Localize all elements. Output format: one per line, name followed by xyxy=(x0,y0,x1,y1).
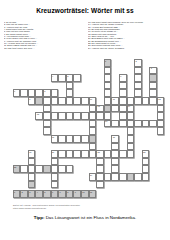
clue-number: 20 xyxy=(52,151,54,153)
empty-space xyxy=(73,89,81,97)
grid-cell[interactable] xyxy=(28,173,36,181)
grid-cell[interactable] xyxy=(96,165,104,173)
generator-credits: Erstellt mit XWords - dem kostenlosen On… xyxy=(13,204,163,209)
grid-cell[interactable]: 8 xyxy=(43,89,51,97)
grid-cell[interactable] xyxy=(58,97,66,105)
empty-space xyxy=(104,127,112,135)
empty-space xyxy=(142,89,150,97)
solution-cell-number: 11 xyxy=(90,191,92,193)
empty-space xyxy=(35,135,43,143)
empty-space xyxy=(20,105,28,113)
empty-space xyxy=(89,67,97,75)
grid-cell[interactable] xyxy=(142,97,150,105)
grid-cell[interactable] xyxy=(51,165,59,173)
grid-cell[interactable] xyxy=(127,150,135,158)
grid-cell[interactable] xyxy=(66,89,74,97)
empty-space xyxy=(111,127,119,135)
empty-space xyxy=(66,173,74,181)
grid-cell[interactable] xyxy=(35,89,43,97)
grid-cell[interactable] xyxy=(96,112,104,120)
clue-number: 15 xyxy=(37,113,39,115)
grid-cell[interactable] xyxy=(58,165,66,173)
solution-word-cell[interactable]: 7 xyxy=(58,190,66,198)
empty-space xyxy=(35,150,43,158)
clue-number: 9 xyxy=(29,98,30,100)
clue-number: 2 xyxy=(135,60,136,62)
grid-cell[interactable] xyxy=(96,181,104,189)
grid-cell[interactable] xyxy=(104,112,112,120)
empty-space xyxy=(58,89,66,97)
empty-space xyxy=(142,67,150,75)
empty-space xyxy=(66,59,74,67)
grid-cell[interactable] xyxy=(134,173,142,181)
empty-space xyxy=(58,143,66,151)
empty-space xyxy=(149,112,157,120)
empty-space xyxy=(51,120,59,128)
grid-cell[interactable] xyxy=(51,112,59,120)
grid-cell[interactable] xyxy=(51,173,59,181)
empty-space xyxy=(28,59,36,67)
empty-space xyxy=(51,105,59,113)
grid-cell[interactable] xyxy=(127,120,135,128)
grid-cell[interactable]: 17 xyxy=(51,135,59,143)
empty-space xyxy=(73,59,81,67)
empty-space xyxy=(5,173,13,181)
empty-space xyxy=(119,181,127,189)
grid-cell[interactable] xyxy=(58,150,66,158)
empty-space xyxy=(89,158,97,166)
empty-space xyxy=(157,67,165,75)
empty-space xyxy=(149,165,157,173)
empty-space xyxy=(157,89,165,97)
grid-cell[interactable]: 4 xyxy=(51,74,59,82)
empty-space xyxy=(134,112,142,120)
grid-cell[interactable] xyxy=(142,158,150,166)
empty-space xyxy=(43,143,51,151)
grid-cell[interactable] xyxy=(43,105,51,113)
grid-cell[interactable]: 10 xyxy=(89,97,97,105)
empty-space xyxy=(142,59,150,67)
grid-cell[interactable] xyxy=(66,82,74,90)
empty-space xyxy=(89,89,97,97)
empty-space xyxy=(13,74,21,82)
grid-cell[interactable] xyxy=(81,150,89,158)
solution-cell-number: 10 xyxy=(82,191,84,193)
grid-cell[interactable]: 7 xyxy=(13,89,21,97)
solution-letter-cell[interactable] xyxy=(28,181,36,189)
empty-space xyxy=(13,158,21,166)
empty-space xyxy=(13,120,21,128)
empty-space xyxy=(66,67,74,75)
empty-space xyxy=(96,127,104,135)
empty-space xyxy=(73,165,81,173)
grid-cell[interactable] xyxy=(127,135,135,143)
grid-cell[interactable] xyxy=(119,120,127,128)
grid-cell[interactable] xyxy=(104,67,112,75)
empty-space xyxy=(119,143,127,151)
empty-space xyxy=(81,181,89,189)
empty-space xyxy=(142,74,150,82)
empty-space xyxy=(66,158,74,166)
grid-cell[interactable] xyxy=(96,158,104,166)
empty-space xyxy=(35,120,43,128)
empty-space xyxy=(35,59,43,67)
grid-cell[interactable] xyxy=(127,97,135,105)
empty-space xyxy=(20,67,28,75)
grid-cell[interactable] xyxy=(58,135,66,143)
grid-cell[interactable] xyxy=(73,112,81,120)
empty-space xyxy=(127,59,135,67)
solution-cell-number: 1 xyxy=(14,191,15,193)
grid-cell[interactable]: 15 xyxy=(35,112,43,120)
grid-cell[interactable]: 24 xyxy=(89,173,97,181)
grid-cell[interactable] xyxy=(66,150,74,158)
empty-space xyxy=(127,82,135,90)
grid-cell[interactable] xyxy=(157,120,165,128)
empty-space xyxy=(96,74,104,82)
empty-space xyxy=(35,127,43,135)
solution-word-row: 1234567891011 xyxy=(13,190,97,198)
empty-space xyxy=(134,127,142,135)
grid-cell[interactable] xyxy=(119,82,127,90)
solution-word-cell[interactable]: 6 xyxy=(51,190,59,198)
empty-space xyxy=(51,82,59,90)
grid-cell[interactable]: 18 xyxy=(111,135,119,143)
grid-cell[interactable] xyxy=(73,74,81,82)
empty-space xyxy=(73,143,81,151)
empty-space xyxy=(157,158,165,166)
hint-label: Tipp: xyxy=(34,215,45,220)
empty-space xyxy=(134,158,142,166)
empty-space xyxy=(89,181,97,189)
solution-cell-number: 3 xyxy=(29,191,30,193)
empty-space xyxy=(43,82,51,90)
grid-cell[interactable] xyxy=(119,97,127,105)
grid-cell[interactable]: 3 xyxy=(149,67,157,75)
empty-space xyxy=(28,127,36,135)
empty-space xyxy=(81,120,89,128)
grid-cell[interactable] xyxy=(58,74,66,82)
empty-space xyxy=(58,173,66,181)
empty-space xyxy=(111,67,119,75)
empty-space xyxy=(66,127,74,135)
grid-cell[interactable] xyxy=(157,112,165,120)
empty-space xyxy=(66,181,74,189)
empty-space xyxy=(20,127,28,135)
empty-space xyxy=(81,74,89,82)
empty-space xyxy=(5,59,13,67)
solution-word-cell[interactable]: 1 xyxy=(13,190,21,198)
empty-space xyxy=(104,181,112,189)
grid-cell[interactable] xyxy=(119,173,127,181)
empty-space xyxy=(13,143,21,151)
solution-word-cell[interactable]: 3 xyxy=(28,190,36,198)
grid-cell[interactable] xyxy=(66,135,74,143)
solution-letter-cell[interactable] xyxy=(149,74,157,82)
grid-cell[interactable] xyxy=(134,67,142,75)
grid-cell[interactable] xyxy=(111,173,119,181)
empty-space xyxy=(28,120,36,128)
empty-space xyxy=(134,135,142,143)
grid-cell[interactable] xyxy=(149,97,157,105)
grid-cell[interactable]: 19 xyxy=(28,150,36,158)
solution-letter-cell[interactable] xyxy=(89,135,97,143)
empty-space xyxy=(134,105,142,113)
grid-cell[interactable] xyxy=(104,97,112,105)
grid-cell[interactable] xyxy=(28,89,36,97)
empty-space xyxy=(13,67,21,75)
grid-cell[interactable] xyxy=(149,89,157,97)
grid-cell[interactable] xyxy=(149,120,157,128)
empty-space xyxy=(13,135,21,143)
empty-space xyxy=(134,165,142,173)
solution-word-cell[interactable]: 2 xyxy=(20,190,28,198)
empty-space xyxy=(127,74,135,82)
grid-cell[interactable] xyxy=(142,165,150,173)
grid-cell[interactable]: 22 xyxy=(142,150,150,158)
grid-cell[interactable] xyxy=(81,97,89,105)
empty-space xyxy=(5,143,13,151)
empty-space xyxy=(13,59,21,67)
empty-space xyxy=(5,181,13,189)
grid-cell[interactable] xyxy=(43,97,51,105)
grid-cell[interactable] xyxy=(157,105,165,113)
solution-cell-number: 8 xyxy=(67,191,68,193)
grid-cell[interactable] xyxy=(43,120,51,128)
grid-cell[interactable] xyxy=(20,89,28,97)
empty-space xyxy=(119,59,127,67)
grid-cell[interactable] xyxy=(89,127,97,135)
grid-cell[interactable]: 14 xyxy=(127,105,135,113)
empty-space xyxy=(149,127,157,135)
grid-cell[interactable] xyxy=(119,112,127,120)
solution-letter-cell[interactable]: 23 xyxy=(13,165,21,173)
empty-space xyxy=(43,135,51,143)
empty-space xyxy=(96,82,104,90)
empty-space xyxy=(127,181,135,189)
grid-cell[interactable] xyxy=(134,82,142,90)
grid-cell[interactable] xyxy=(66,165,74,173)
grid-cell[interactable]: 20 xyxy=(51,150,59,158)
solution-word-cell[interactable]: 4 xyxy=(35,190,43,198)
grid-cell[interactable] xyxy=(119,89,127,97)
empty-space xyxy=(66,143,74,151)
grid-cell[interactable] xyxy=(111,165,119,173)
grid-cell[interactable] xyxy=(104,150,112,158)
empty-space xyxy=(104,143,112,151)
clue-number: 10 xyxy=(90,98,92,100)
grid-cell[interactable]: 21 xyxy=(96,150,104,158)
grid-cell[interactable]: 12 xyxy=(157,97,165,105)
clue-number: 17 xyxy=(52,136,54,138)
empty-space xyxy=(81,67,89,75)
grid-cell[interactable] xyxy=(73,150,81,158)
empty-space xyxy=(127,67,135,75)
grid-cell[interactable] xyxy=(51,158,59,166)
grid-cell[interactable] xyxy=(142,173,150,181)
empty-space xyxy=(73,82,81,90)
grid-cell[interactable] xyxy=(142,120,150,128)
empty-space xyxy=(111,74,119,82)
grid-cell[interactable] xyxy=(89,105,97,113)
empty-space xyxy=(51,59,59,67)
grid-cell[interactable] xyxy=(134,74,142,82)
grid-cell[interactable] xyxy=(66,112,74,120)
grid-cell[interactable] xyxy=(81,112,89,120)
empty-space xyxy=(43,74,51,82)
empty-space xyxy=(134,143,142,151)
clue-number: 23 xyxy=(14,166,16,168)
grid-cell[interactable] xyxy=(89,143,97,151)
grid-cell[interactable] xyxy=(96,173,104,181)
grid-cell[interactable] xyxy=(111,158,119,166)
empty-space xyxy=(104,158,112,166)
empty-space xyxy=(58,158,66,166)
empty-space xyxy=(81,143,89,151)
clue-number: 21 xyxy=(98,151,100,153)
empty-space xyxy=(28,112,36,120)
grid-cell[interactable]: 2 xyxy=(134,59,142,67)
grid-cell[interactable] xyxy=(104,173,112,181)
grid-cell[interactable] xyxy=(35,165,43,173)
grid-cell[interactable]: 9 xyxy=(28,97,36,105)
clue-number: 4 xyxy=(52,75,53,77)
solution-letter-cell[interactable] xyxy=(104,105,112,113)
empty-space xyxy=(119,165,127,173)
empty-space xyxy=(119,158,127,166)
empty-space xyxy=(157,82,165,90)
grid-cell[interactable] xyxy=(66,97,74,105)
empty-space xyxy=(81,158,89,166)
empty-space xyxy=(13,127,21,135)
grid-cell[interactable] xyxy=(127,112,135,120)
solution-word-cell[interactable]: 9 xyxy=(73,190,81,198)
empty-space xyxy=(58,120,66,128)
empty-space xyxy=(104,165,112,173)
grid-cell[interactable] xyxy=(111,143,119,151)
grid-cell[interactable] xyxy=(119,150,127,158)
grid-cell[interactable] xyxy=(134,89,142,97)
solution-cell-number: 9 xyxy=(75,191,76,193)
grid-cell[interactable] xyxy=(73,97,81,105)
solution-hint: Tipp: Das Lösungswort ist ein Fluss in N… xyxy=(0,215,170,220)
solution-letter-cell[interactable] xyxy=(127,173,135,181)
grid-cell[interactable] xyxy=(149,82,157,90)
empty-space xyxy=(20,59,28,67)
empty-space xyxy=(35,173,43,181)
grid-cell[interactable] xyxy=(119,105,127,113)
clue-column-right: 13. Man öffnet damit jedes Schloss, denn… xyxy=(88,21,167,49)
grid-cell[interactable] xyxy=(28,158,36,166)
empty-space xyxy=(5,158,13,166)
grid-cell[interactable] xyxy=(111,150,119,158)
grid-cell[interactable] xyxy=(51,181,59,189)
grid-cell[interactable] xyxy=(127,143,135,151)
grid-cell[interactable] xyxy=(20,165,28,173)
grid-cell[interactable] xyxy=(73,135,81,143)
empty-space xyxy=(81,59,89,67)
grid-cell[interactable] xyxy=(104,89,112,97)
grid-cell[interactable]: 6 xyxy=(119,74,127,82)
grid-cell[interactable] xyxy=(89,112,97,120)
grid-cell[interactable] xyxy=(43,127,51,135)
clue-number: 14 xyxy=(128,105,130,107)
clue-number: 12 xyxy=(158,98,160,100)
clue-number: 5 xyxy=(67,75,68,77)
grid-cell[interactable] xyxy=(28,165,36,173)
clue-number: 24 xyxy=(90,174,92,176)
empty-space xyxy=(73,173,81,181)
empty-space xyxy=(157,165,165,173)
empty-space xyxy=(81,89,89,97)
grid-cell[interactable] xyxy=(89,150,97,158)
grid-cell[interactable] xyxy=(51,89,59,97)
solution-word-cell[interactable]: 11 xyxy=(89,190,97,198)
solution-word-cell[interactable]: 5 xyxy=(43,190,51,198)
grid-cell[interactable]: 11 xyxy=(111,97,119,105)
credit-link[interactable]: https://www.xwords-generator.de/de xyxy=(13,207,163,210)
empty-space xyxy=(149,158,157,166)
grid-cell[interactable] xyxy=(51,97,59,105)
grid-cell[interactable] xyxy=(134,120,142,128)
grid-cell[interactable] xyxy=(127,127,135,135)
empty-space xyxy=(13,181,21,189)
empty-space xyxy=(28,105,36,113)
empty-space xyxy=(96,59,104,67)
clue-number: 11 xyxy=(113,98,115,100)
crossword-grid: 123456789101112131415161718192021222324 xyxy=(5,59,164,188)
empty-space xyxy=(81,105,89,113)
empty-space xyxy=(20,97,28,105)
empty-space xyxy=(28,74,36,82)
empty-space xyxy=(96,67,104,75)
empty-space xyxy=(20,82,28,90)
empty-space xyxy=(127,89,135,97)
solution-word-cell[interactable]: 8 xyxy=(66,190,74,198)
grid-cell[interactable] xyxy=(111,105,119,113)
solution-letter-cell[interactable]: 1 xyxy=(104,59,112,67)
grid-cell[interactable]: 13 xyxy=(96,105,104,113)
grid-cell[interactable] xyxy=(111,120,119,128)
grid-cell[interactable] xyxy=(58,112,66,120)
solution-word-cell[interactable]: 10 xyxy=(81,190,89,198)
empty-space xyxy=(157,173,165,181)
empty-space xyxy=(81,127,89,135)
grid-cell[interactable] xyxy=(104,74,112,82)
empty-space xyxy=(157,143,165,151)
solution-letter-cell[interactable] xyxy=(43,165,51,173)
solution-letter-cell[interactable] xyxy=(35,97,43,105)
grid-cell[interactable]: 5 xyxy=(66,74,74,82)
grid-cell[interactable] xyxy=(43,112,51,120)
grid-cell[interactable] xyxy=(81,135,89,143)
empty-space xyxy=(51,67,59,75)
empty-space xyxy=(35,74,43,82)
grid-cell[interactable]: 16 xyxy=(104,120,112,128)
empty-space xyxy=(20,135,28,143)
clue-number: 6 xyxy=(120,75,121,77)
grid-cell[interactable] xyxy=(89,120,97,128)
empty-space xyxy=(142,112,150,120)
clue-number: 16 xyxy=(105,120,107,122)
empty-space xyxy=(66,120,74,128)
solution-cell-number: 2 xyxy=(22,191,23,193)
empty-space xyxy=(157,135,165,143)
grid-cell[interactable] xyxy=(134,97,142,105)
grid-cell[interactable] xyxy=(104,82,112,90)
grid-cell[interactable] xyxy=(157,127,165,135)
empty-space xyxy=(149,150,157,158)
